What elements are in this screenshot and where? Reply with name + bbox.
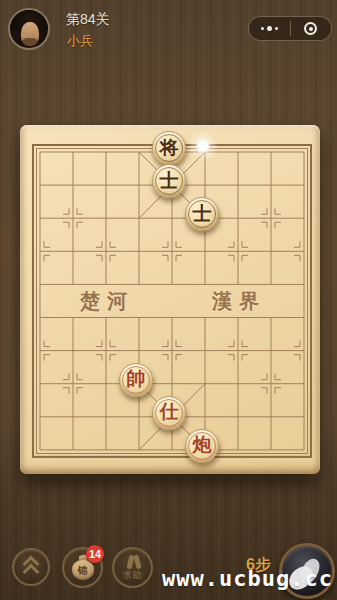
xiangqi-board[interactable]: 楚河 漢界 将士士帥仕炮 <box>20 125 320 474</box>
piece-black-advisor[interactable]: 士 <box>185 197 219 231</box>
level-difficulty: 小兵 <box>67 32 93 50</box>
piece-character: 炮 <box>193 435 212 454</box>
watermark: www.ucbug.cc <box>162 566 333 591</box>
hint-count-badge: 14 <box>86 545 104 563</box>
piece-red-advisor[interactable]: 仕 <box>152 396 186 430</box>
river-label-right: 漢界 <box>212 288 266 315</box>
river-label-left: 楚河 <box>80 288 134 315</box>
help-label: 求助 <box>114 569 151 582</box>
piece-red-general[interactable]: 帥 <box>119 363 153 397</box>
help-button[interactable]: 求助 <box>112 547 153 588</box>
piece-character: 士 <box>193 204 212 223</box>
hint-bag-button[interactable]: 锦 14 <box>62 547 103 588</box>
piece-character: 士 <box>160 171 179 190</box>
piece-black-advisor[interactable]: 士 <box>152 164 186 198</box>
last-move-origin-marker <box>194 137 212 155</box>
wechat-capsule <box>248 16 332 41</box>
level-title: 第84关 <box>66 11 110 29</box>
close-icon <box>304 22 317 35</box>
piece-black-general[interactable]: 将 <box>152 131 186 165</box>
more-button[interactable] <box>249 17 290 40</box>
more-icon <box>267 26 272 31</box>
xiangqi-puzzle-screen: { "game": "xiangqi", "header": { "level_… <box>0 0 337 600</box>
piece-character: 帥 <box>127 369 146 388</box>
close-button[interactable] <box>291 17 332 40</box>
piece-character: 将 <box>160 138 179 157</box>
top-bar: 第84关 小兵 <box>0 0 337 58</box>
expand-menu-button[interactable] <box>12 548 50 586</box>
avatar-beard <box>22 38 38 47</box>
piece-red-cannon[interactable]: 炮 <box>185 429 219 463</box>
piece-character: 仕 <box>160 402 179 421</box>
more-icon <box>275 27 278 30</box>
player-avatar[interactable] <box>8 8 50 50</box>
more-icon <box>261 27 264 30</box>
praying-hands-icon <box>127 555 141 569</box>
